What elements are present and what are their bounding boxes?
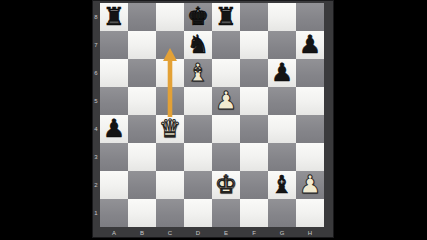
square-d2[interactable]: [184, 171, 212, 199]
square-g3[interactable]: [268, 143, 296, 171]
video-frame: 87654321 ♜♚♜♞♟♝♟♟♟♛♚♝♟ ABCDEFGH: [0, 0, 427, 240]
file-label-d: D: [184, 228, 212, 238]
square-b3[interactable]: [128, 143, 156, 171]
square-c1[interactable]: [156, 199, 184, 227]
file-label-f: F: [240, 228, 268, 238]
square-c4[interactable]: ♛: [156, 115, 184, 143]
rank-label-5: 5: [92, 87, 100, 115]
square-e4[interactable]: [212, 115, 240, 143]
square-a3[interactable]: [100, 143, 128, 171]
file-label-b: B: [128, 228, 156, 238]
square-f4[interactable]: [240, 115, 268, 143]
rank-label-1: 1: [92, 199, 100, 227]
rank-label-6: 6: [92, 59, 100, 87]
rank-labels: 87654321: [92, 3, 100, 227]
square-d6[interactable]: ♝: [184, 59, 212, 87]
square-g2[interactable]: ♝: [268, 171, 296, 199]
square-c5[interactable]: [156, 87, 184, 115]
file-label-h: H: [296, 228, 324, 238]
square-g7[interactable]: [268, 31, 296, 59]
square-d1[interactable]: [184, 199, 212, 227]
square-d4[interactable]: [184, 115, 212, 143]
square-f7[interactable]: [240, 31, 268, 59]
square-h7[interactable]: ♟: [296, 31, 324, 59]
piece-white-bishop-d6[interactable]: ♝: [187, 59, 209, 87]
square-f5[interactable]: [240, 87, 268, 115]
square-c6[interactable]: [156, 59, 184, 87]
square-c7[interactable]: [156, 31, 184, 59]
rank-label-7: 7: [92, 31, 100, 59]
square-e6[interactable]: [212, 59, 240, 87]
square-d5[interactable]: [184, 87, 212, 115]
square-b8[interactable]: [128, 3, 156, 31]
piece-white-king-e2[interactable]: ♚: [215, 171, 237, 199]
piece-white-pawn-e5[interactable]: ♟: [215, 87, 237, 115]
piece-black-rook-a8[interactable]: ♜: [103, 3, 125, 31]
square-a4[interactable]: ♟: [100, 115, 128, 143]
square-h3[interactable]: [296, 143, 324, 171]
square-c2[interactable]: [156, 171, 184, 199]
square-d3[interactable]: [184, 143, 212, 171]
square-h8[interactable]: [296, 3, 324, 31]
square-f2[interactable]: [240, 171, 268, 199]
square-b2[interactable]: [128, 171, 156, 199]
square-c8[interactable]: [156, 3, 184, 31]
piece-black-knight-d7[interactable]: ♞: [187, 31, 209, 59]
square-c3[interactable]: [156, 143, 184, 171]
piece-white-queen-c4[interactable]: ♛: [159, 115, 181, 143]
piece-white-pawn-h2[interactable]: ♟: [299, 171, 321, 199]
square-b7[interactable]: [128, 31, 156, 59]
square-h6[interactable]: [296, 59, 324, 87]
square-b1[interactable]: [128, 199, 156, 227]
square-f6[interactable]: [240, 59, 268, 87]
square-b5[interactable]: [128, 87, 156, 115]
square-h1[interactable]: [296, 199, 324, 227]
rank-label-2: 2: [92, 171, 100, 199]
square-h2[interactable]: ♟: [296, 171, 324, 199]
square-f3[interactable]: [240, 143, 268, 171]
piece-black-pawn-a4[interactable]: ♟: [103, 115, 125, 143]
square-b6[interactable]: [128, 59, 156, 87]
square-h4[interactable]: [296, 115, 324, 143]
square-f1[interactable]: [240, 199, 268, 227]
square-f8[interactable]: [240, 3, 268, 31]
square-e5[interactable]: ♟: [212, 87, 240, 115]
square-b4[interactable]: [128, 115, 156, 143]
file-label-a: A: [100, 228, 128, 238]
square-g4[interactable]: [268, 115, 296, 143]
piece-black-rook-e8[interactable]: ♜: [215, 3, 237, 31]
square-g6[interactable]: ♟: [268, 59, 296, 87]
file-label-c: C: [156, 228, 184, 238]
square-a5[interactable]: [100, 87, 128, 115]
square-e2[interactable]: ♚: [212, 171, 240, 199]
piece-black-pawn-h7[interactable]: ♟: [299, 31, 321, 59]
piece-black-king-d8[interactable]: ♚: [187, 3, 209, 31]
square-d8[interactable]: ♚: [184, 3, 212, 31]
file-label-g: G: [268, 228, 296, 238]
file-labels: ABCDEFGH: [100, 228, 324, 238]
square-d7[interactable]: ♞: [184, 31, 212, 59]
piece-black-bishop-g2[interactable]: ♝: [271, 171, 293, 199]
square-h5[interactable]: [296, 87, 324, 115]
rank-label-4: 4: [92, 115, 100, 143]
square-g8[interactable]: [268, 3, 296, 31]
square-e3[interactable]: [212, 143, 240, 171]
square-a1[interactable]: [100, 199, 128, 227]
piece-black-pawn-g6[interactable]: ♟: [271, 59, 293, 87]
square-a6[interactable]: [100, 59, 128, 87]
square-g5[interactable]: [268, 87, 296, 115]
rank-label-8: 8: [92, 3, 100, 31]
file-label-e: E: [212, 228, 240, 238]
square-a7[interactable]: [100, 31, 128, 59]
chess-board[interactable]: ♜♚♜♞♟♝♟♟♟♛♚♝♟: [100, 3, 324, 227]
square-e1[interactable]: [212, 199, 240, 227]
square-e8[interactable]: ♜: [212, 3, 240, 31]
square-g1[interactable]: [268, 199, 296, 227]
square-e7[interactable]: [212, 31, 240, 59]
rank-label-3: 3: [92, 143, 100, 171]
square-a2[interactable]: [100, 171, 128, 199]
square-a8[interactable]: ♜: [100, 3, 128, 31]
